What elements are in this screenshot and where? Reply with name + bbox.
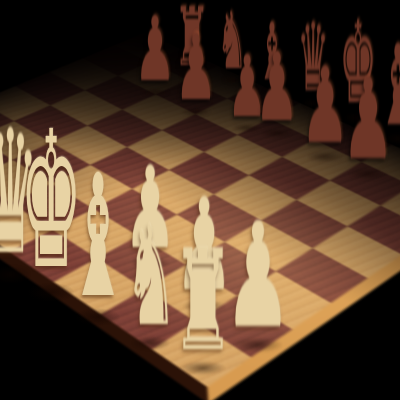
piece-black-pawn-b7[interactable]: ♟ — [175, 22, 217, 113]
piece-black-pawn-f7[interactable]: ♟ — [342, 63, 395, 176]
chess-scene: ♛♚♝♟♞♟♜♟♜♞♝♛♚♝♟♟♟♟♟♟ — [0, 0, 400, 400]
piece-white-bishop-f1[interactable]: ♝ — [68, 152, 129, 321]
piece-black-pawn-d7[interactable]: ♟ — [255, 40, 299, 135]
piece-white-knight-g1[interactable]: ♞ — [125, 207, 177, 346]
piece-white-rook-h1[interactable]: ♜ — [172, 232, 234, 371]
piece-white-pawn-h2[interactable]: ♟ — [224, 203, 292, 348]
pieces-layer: ♛♚♝♟♞♟♜♟♜♞♝♛♚♝♟♟♟♟♟♟ — [0, 0, 400, 400]
piece-black-pawn-a7[interactable]: ♟ — [134, 5, 175, 94]
